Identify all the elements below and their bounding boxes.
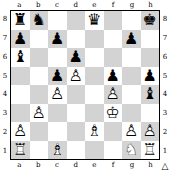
white-pawn[interactable]: ♟♙ — [67, 67, 86, 86]
white-to-move-icon: △ — [160, 160, 170, 170]
square-f2[interactable] — [104, 122, 123, 141]
square-a5[interactable] — [11, 67, 30, 86]
square-e3[interactable] — [85, 104, 104, 123]
piece-glyph: ♙ — [13, 123, 27, 139]
piece-glyph: ♗ — [87, 123, 101, 139]
piece-glyph: ♛ — [87, 12, 101, 28]
piece-glyph: ♟ — [106, 68, 120, 84]
rank-label-left-7: 7 — [0, 29, 10, 48]
white-pawn[interactable]: ♟♙ — [104, 85, 123, 104]
black-pawn[interactable]: ♟ — [48, 67, 67, 86]
file-label-top-d: d — [66, 0, 85, 10]
square-f8[interactable] — [104, 11, 123, 30]
white-rook[interactable]: ♜♖ — [141, 141, 160, 160]
piece-glyph: ♔ — [106, 105, 120, 121]
rank-label-right-2: 2 — [160, 123, 170, 142]
square-a7[interactable]: ♟ — [11, 30, 30, 49]
black-queen[interactable]: ♛ — [85, 11, 104, 30]
piece-glyph: ♝ — [13, 49, 27, 65]
square-h5[interactable]: ♟ — [141, 67, 160, 86]
white-pawn[interactable]: ♟♙ — [30, 104, 49, 123]
file-label-bottom-e: e — [85, 160, 104, 170]
file-label-bottom-c: c — [48, 160, 67, 170]
square-b7[interactable] — [30, 30, 49, 49]
rank-label-left-1: 1 — [0, 141, 10, 160]
piece-glyph: ♚ — [143, 12, 157, 28]
square-e7[interactable] — [85, 30, 104, 49]
white-pawn[interactable]: ♟♙ — [141, 122, 160, 141]
piece-glyph: ♙ — [143, 123, 157, 139]
black-pawn[interactable]: ♟ — [48, 30, 67, 49]
square-g8[interactable] — [122, 11, 141, 30]
square-h1[interactable]: ♜♖ — [141, 141, 160, 160]
square-b2[interactable] — [30, 122, 49, 141]
square-d3[interactable] — [67, 104, 86, 123]
rank-label-right-7: 7 — [160, 29, 170, 48]
black-pawn[interactable]: ♟ — [141, 67, 160, 86]
square-d5[interactable]: ♟♙ — [67, 67, 86, 86]
black-bishop[interactable]: ♝ — [141, 85, 160, 104]
file-label-top-b: b — [29, 0, 48, 10]
square-e8[interactable]: ♛ — [85, 11, 104, 30]
square-e6[interactable] — [85, 48, 104, 67]
black-rook[interactable]: ♜ — [11, 11, 30, 30]
file-label-bottom-b: b — [29, 160, 48, 170]
square-g1[interactable]: ♞♘ — [122, 141, 141, 160]
piece-glyph: ♙ — [32, 105, 46, 121]
square-f3[interactable]: ♚♔ — [104, 104, 123, 123]
square-f1[interactable] — [104, 141, 123, 160]
file-label-bottom-d: d — [66, 160, 85, 170]
file-labels-bottom: abcdefgh — [10, 160, 160, 170]
square-h8[interactable]: ♚ — [141, 11, 160, 30]
square-c8[interactable] — [48, 11, 67, 30]
square-b6[interactable] — [30, 48, 49, 67]
chess-diagram: abcdefgh 87654321 ♜♞♛♚♟♟♟♝♟♟♟♙♟♟♟♙♟♙♝♟♙♚… — [0, 0, 170, 170]
piece-glyph: ♙ — [106, 86, 120, 102]
square-h3[interactable] — [141, 104, 160, 123]
square-d4[interactable] — [67, 85, 86, 104]
square-c2[interactable] — [48, 122, 67, 141]
file-label-top-g: g — [123, 0, 142, 10]
square-f5[interactable]: ♟ — [104, 67, 123, 86]
square-h2[interactable]: ♟♙ — [141, 122, 160, 141]
square-d8[interactable] — [67, 11, 86, 30]
file-label-top-f: f — [104, 0, 123, 10]
piece-glyph: ♟ — [50, 68, 64, 84]
piece-glyph: ♝ — [143, 86, 157, 102]
black-bishop[interactable]: ♝ — [11, 48, 30, 67]
white-pawn[interactable]: ♟♙ — [122, 122, 141, 141]
piece-glyph: ♟ — [124, 31, 138, 47]
chess-board: ♜♞♛♚♟♟♟♝♟♟♟♙♟♟♟♙♟♙♝♟♙♚♔♟♙♝♗♟♙♟♙♜♖♝♗♞♘♜♖ — [10, 10, 160, 160]
file-label-bottom-a: a — [10, 160, 29, 170]
piece-glyph: ♜ — [13, 12, 27, 28]
rank-label-left-5: 5 — [0, 66, 10, 85]
piece-glyph: ♟ — [69, 49, 83, 65]
piece-glyph: ♟ — [13, 31, 27, 47]
square-a2[interactable]: ♟♙ — [11, 122, 30, 141]
piece-glyph: ♙ — [50, 86, 64, 102]
file-label-top-c: c — [48, 0, 67, 10]
square-c5[interactable]: ♟ — [48, 67, 67, 86]
rank-labels-right: 87654321 — [160, 10, 170, 160]
square-e4[interactable] — [85, 85, 104, 104]
square-a6[interactable]: ♝ — [11, 48, 30, 67]
white-pawn[interactable]: ♟♙ — [48, 85, 67, 104]
square-a4[interactable] — [11, 85, 30, 104]
square-c4[interactable]: ♟♙ — [48, 85, 67, 104]
square-e1[interactable] — [85, 141, 104, 160]
square-c1[interactable]: ♝♗ — [48, 141, 67, 160]
file-label-top-h: h — [141, 0, 160, 10]
file-label-bottom-h: h — [141, 160, 160, 170]
black-pawn[interactable]: ♟ — [11, 30, 30, 49]
piece-glyph: ♙ — [69, 68, 83, 84]
file-label-bottom-g: g — [123, 160, 142, 170]
file-label-bottom-f: f — [104, 160, 123, 170]
square-a3[interactable] — [11, 104, 30, 123]
square-b5[interactable] — [30, 67, 49, 86]
black-pawn[interactable]: ♟ — [122, 30, 141, 49]
black-king[interactable]: ♚ — [141, 11, 160, 30]
square-d6[interactable]: ♟ — [67, 48, 86, 67]
rank-label-left-4: 4 — [0, 85, 10, 104]
rank-label-right-4: 4 — [160, 85, 170, 104]
rank-label-right-5: 5 — [160, 66, 170, 85]
square-d7[interactable] — [67, 30, 86, 49]
rank-labels-left: 87654321 — [0, 10, 10, 160]
rank-label-left-6: 6 — [0, 48, 10, 67]
square-g2[interactable]: ♟♙ — [122, 122, 141, 141]
square-h4[interactable]: ♝ — [141, 85, 160, 104]
square-d1[interactable] — [67, 141, 86, 160]
rank-label-right-6: 6 — [160, 48, 170, 67]
piece-glyph: ♟ — [143, 68, 157, 84]
rank-label-right-1: 1 — [160, 141, 170, 160]
black-pawn[interactable]: ♟ — [67, 48, 86, 67]
file-label-top-e: e — [85, 0, 104, 10]
white-bishop[interactable]: ♝♗ — [85, 122, 104, 141]
white-bishop[interactable]: ♝♗ — [48, 141, 67, 160]
file-labels-top: abcdefgh — [10, 0, 160, 10]
white-rook[interactable]: ♜♖ — [11, 141, 30, 160]
square-a8[interactable]: ♜ — [11, 11, 30, 30]
square-b3[interactable]: ♟♙ — [30, 104, 49, 123]
white-pawn[interactable]: ♟♙ — [11, 122, 30, 141]
piece-glyph: ♖ — [13, 142, 27, 158]
square-h6[interactable] — [141, 48, 160, 67]
white-king[interactable]: ♚♔ — [104, 104, 123, 123]
square-f4[interactable]: ♟♙ — [104, 85, 123, 104]
black-knight[interactable]: ♞ — [30, 11, 49, 30]
rank-label-right-3: 3 — [160, 104, 170, 123]
piece-glyph: ♞ — [32, 12, 46, 28]
square-c6[interactable] — [48, 48, 67, 67]
square-g5[interactable] — [122, 67, 141, 86]
piece-glyph: ♟ — [50, 31, 64, 47]
square-f6[interactable] — [104, 48, 123, 67]
square-e2[interactable]: ♝♗ — [85, 122, 104, 141]
square-g4[interactable] — [122, 85, 141, 104]
square-h7[interactable] — [141, 30, 160, 49]
piece-glyph: ♘ — [124, 142, 138, 158]
square-g6[interactable] — [122, 48, 141, 67]
square-g3[interactable] — [122, 104, 141, 123]
file-label-top-a: a — [10, 0, 29, 10]
square-b8[interactable]: ♞ — [30, 11, 49, 30]
square-g7[interactable]: ♟ — [122, 30, 141, 49]
square-b1[interactable] — [30, 141, 49, 160]
square-c7[interactable]: ♟ — [48, 30, 67, 49]
piece-glyph: ♗ — [50, 142, 64, 158]
piece-glyph: ♖ — [143, 142, 157, 158]
white-knight[interactable]: ♞♘ — [122, 141, 141, 160]
square-f7[interactable] — [104, 30, 123, 49]
black-pawn[interactable]: ♟ — [104, 67, 123, 86]
square-a1[interactable]: ♜♖ — [11, 141, 30, 160]
piece-glyph: ♙ — [124, 123, 138, 139]
square-d2[interactable] — [67, 122, 86, 141]
rank-label-left-2: 2 — [0, 123, 10, 142]
square-e5[interactable] — [85, 67, 104, 86]
rank-label-left-3: 3 — [0, 104, 10, 123]
rank-label-right-8: 8 — [160, 10, 170, 29]
square-b4[interactable] — [30, 85, 49, 104]
square-c3[interactable] — [48, 104, 67, 123]
rank-label-left-8: 8 — [0, 10, 10, 29]
